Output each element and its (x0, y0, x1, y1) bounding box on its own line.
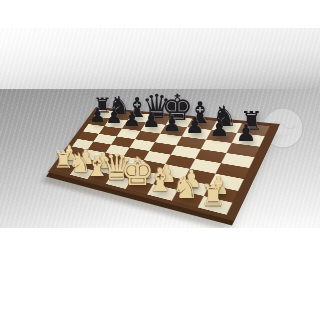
piece-black-pawn[interactable]: ♟ (89, 105, 106, 124)
page: ♜♞♝♛♚♝♞♜♟♟♟♟♟♟♟♟♟♟♟♟♟♟♟♟♜♞♝♛♚♝♞♜ (0, 0, 320, 320)
piece-black-pawn[interactable]: ♟ (123, 109, 141, 129)
piece-black-pawn[interactable]: ♟ (142, 111, 161, 132)
piece-black-pawn[interactable]: ♟ (105, 107, 123, 127)
piece-white-bishop[interactable]: ♝ (146, 165, 174, 197)
piece-black-pawn[interactable]: ♟ (185, 115, 205, 137)
piece-black-pawn[interactable]: ♟ (236, 120, 257, 143)
product-photo: ♜♞♝♛♚♝♞♜♟♟♟♟♟♟♟♟♟♟♟♟♟♟♟♟♜♞♝♛♚♝♞♜ (0, 28, 320, 228)
piece-white-rook[interactable]: ♜ (200, 182, 225, 210)
backdrop-wall (0, 28, 320, 89)
piece-white-knight[interactable]: ♞ (172, 172, 199, 202)
piece-black-pawn[interactable]: ♟ (209, 117, 229, 140)
piece-black-pawn[interactable]: ♟ (163, 113, 182, 134)
